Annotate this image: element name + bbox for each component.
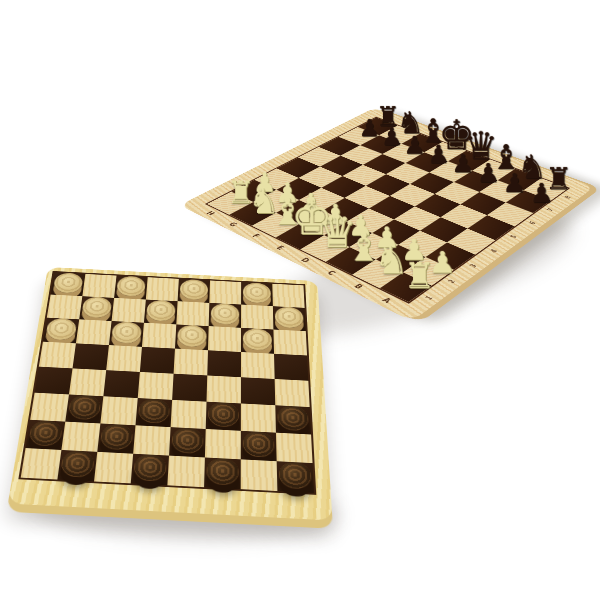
light-checker (211, 303, 239, 325)
checkers-square (97, 423, 135, 453)
checkers-square (208, 326, 241, 352)
checkers-square (69, 368, 106, 396)
dark-checker (208, 402, 239, 428)
checkers-square (277, 461, 314, 493)
checkers-square (140, 347, 175, 374)
dark-checker (279, 461, 312, 489)
checkers-square (178, 279, 210, 303)
checkers-square (43, 318, 79, 344)
checkers-square (174, 349, 208, 376)
checkers-square (209, 280, 241, 304)
checkers-square (51, 272, 86, 296)
checkers-square (144, 300, 178, 325)
checkers-square (207, 375, 241, 403)
checkers-square (241, 352, 275, 379)
dark-checker (171, 427, 203, 454)
light-checker (243, 282, 271, 303)
checkers-square (207, 350, 241, 377)
checkers-square (131, 454, 169, 486)
light-checker (180, 279, 208, 300)
checkers-square (30, 393, 69, 422)
checkers-square (275, 379, 310, 407)
checkers-square (169, 427, 206, 457)
checkers-square (35, 367, 73, 395)
dark-checker (100, 424, 134, 451)
checkers-square (204, 457, 241, 489)
dark-checker (138, 398, 170, 424)
dark-checker (243, 431, 274, 458)
light-checker (275, 306, 304, 328)
checkers-square (73, 343, 109, 370)
checkers-square (171, 400, 207, 429)
light-checker (177, 325, 207, 348)
scene: HGFEDCBA 12345678 ♜♟♟♜♞♟♟♞♝♟♟♝♚♟♟♚♛♟♟♛♝♟… (0, 0, 600, 600)
checkers-square (21, 448, 62, 479)
checkers-square (82, 274, 116, 298)
checkers-square (272, 284, 304, 308)
checkers-square (241, 403, 276, 432)
light-checker (53, 272, 84, 293)
checkers-square (47, 295, 83, 320)
light-checker (82, 296, 113, 318)
dark-checker (206, 458, 238, 486)
dark-checker (277, 405, 308, 431)
checkers-square (112, 298, 146, 323)
checkers-square (57, 450, 97, 482)
checkers-square (135, 398, 172, 427)
checkers-square (142, 323, 176, 349)
checkers-square (275, 405, 311, 434)
checkers-square (26, 420, 66, 450)
checkers-square (241, 328, 274, 354)
checkers-square (205, 429, 241, 459)
checkers-square (103, 370, 140, 398)
checkers-grid (21, 272, 314, 493)
checkers-square (273, 330, 307, 356)
checkers-square (39, 342, 76, 369)
checkers-square (176, 301, 209, 326)
checkers-square (138, 372, 174, 400)
checkers-square (146, 277, 179, 301)
checkers-square (241, 282, 273, 306)
checkers-square (100, 396, 137, 425)
checkers-board (8, 267, 333, 521)
checkers-square (76, 319, 112, 345)
checkers-board-wood-frame (8, 267, 333, 521)
checkers-square (94, 452, 133, 484)
light-checker (146, 300, 176, 322)
checkers-square (241, 377, 275, 405)
checkers-square (109, 321, 144, 347)
light-checker (45, 318, 77, 341)
checkers-square (209, 303, 241, 328)
dark-checker (133, 454, 167, 482)
light-checker (243, 328, 272, 351)
checkers-square (79, 296, 114, 321)
white-rook: ♜ (381, 258, 459, 293)
light-checker (116, 276, 146, 297)
checkers-square (167, 456, 205, 488)
checkers-square (276, 433, 313, 463)
checkers-square (241, 459, 278, 491)
checkers-square (175, 324, 209, 350)
black-pawn: ♟ (507, 180, 575, 207)
checkers-square (172, 374, 207, 402)
dark-checker (68, 395, 101, 420)
light-checker (111, 321, 142, 344)
checkers-square (273, 306, 306, 331)
checkers-square (65, 394, 103, 423)
checkers-square (106, 345, 142, 372)
checkers-square (206, 402, 241, 431)
checkers-square (133, 425, 170, 455)
dark-checker (60, 450, 95, 478)
dark-checker (28, 420, 63, 446)
checkers-square (241, 431, 277, 461)
checkers-square (114, 276, 148, 300)
checkers-square (241, 305, 273, 330)
checkers-square (274, 354, 308, 381)
checkers-square (61, 422, 100, 452)
